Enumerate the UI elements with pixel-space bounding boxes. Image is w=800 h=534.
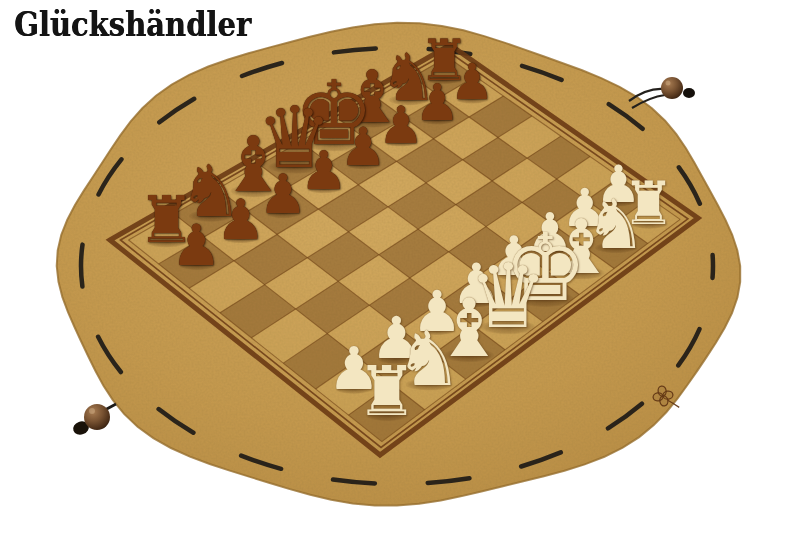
cord-knot [683,88,695,98]
brand-logo: Glückshändler [14,4,251,44]
wooden-bead-bottom-left [71,404,116,437]
leather-mat [0,0,800,534]
wooden-bead-top-right [629,77,695,108]
product-photo-scene: ♜♟♞♟♝♟♚♟♛♟♝♟♟♞♜♟♟♜♞♟♟♝♟♚♟♛♟♝♟♞♟♜ Glücksh… [0,0,800,534]
